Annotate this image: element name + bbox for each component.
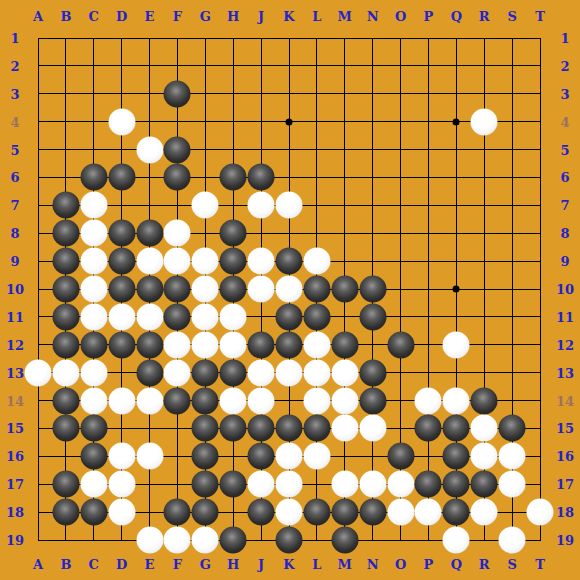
intersection-H6[interactable] (219, 164, 247, 192)
intersection-C6[interactable] (80, 164, 108, 192)
intersection-O12[interactable] (387, 331, 415, 359)
intersection-F19[interactable] (164, 526, 192, 554)
intersection-M5[interactable] (331, 136, 359, 164)
intersection-L7[interactable] (303, 191, 331, 219)
intersection-E11[interactable] (136, 303, 164, 331)
intersection-L17[interactable] (303, 470, 331, 498)
intersection-H17[interactable] (219, 470, 247, 498)
intersection-E9[interactable] (136, 247, 164, 275)
intersection-L13[interactable] (303, 359, 331, 387)
intersection-J6[interactable] (247, 164, 275, 192)
intersection-A6[interactable] (24, 164, 52, 192)
intersection-Q10[interactable] (442, 275, 470, 303)
intersection-T6[interactable] (526, 164, 554, 192)
intersection-E16[interactable] (136, 442, 164, 470)
intersection-S19[interactable] (498, 526, 526, 554)
intersection-M12[interactable] (331, 331, 359, 359)
intersection-G3[interactable] (191, 80, 219, 108)
intersection-K3[interactable] (275, 80, 303, 108)
intersection-N13[interactable] (359, 359, 387, 387)
intersection-O17[interactable] (387, 470, 415, 498)
intersection-L3[interactable] (303, 80, 331, 108)
intersection-L18[interactable] (303, 498, 331, 526)
intersection-G5[interactable] (191, 136, 219, 164)
intersection-S18[interactable] (498, 498, 526, 526)
intersection-T2[interactable] (526, 52, 554, 80)
intersection-C7[interactable] (80, 191, 108, 219)
intersection-G2[interactable] (191, 52, 219, 80)
intersection-T14[interactable] (526, 387, 554, 415)
intersection-A16[interactable] (24, 442, 52, 470)
intersection-M2[interactable] (331, 52, 359, 80)
intersection-J9[interactable] (247, 247, 275, 275)
intersection-N14[interactable] (359, 387, 387, 415)
intersection-G19[interactable] (191, 526, 219, 554)
intersection-H15[interactable] (219, 415, 247, 443)
intersection-C3[interactable] (80, 80, 108, 108)
intersection-F11[interactable] (164, 303, 192, 331)
intersection-C18[interactable] (80, 498, 108, 526)
intersection-G15[interactable] (191, 415, 219, 443)
intersection-B12[interactable] (52, 331, 80, 359)
intersection-T16[interactable] (526, 442, 554, 470)
intersection-E7[interactable] (136, 191, 164, 219)
intersection-A18[interactable] (24, 498, 52, 526)
intersection-R18[interactable] (470, 498, 498, 526)
intersection-O14[interactable] (387, 387, 415, 415)
intersection-B15[interactable] (52, 415, 80, 443)
intersection-N17[interactable] (359, 470, 387, 498)
intersection-P8[interactable] (415, 219, 443, 247)
intersection-G10[interactable] (191, 275, 219, 303)
intersection-P17[interactable] (415, 470, 443, 498)
intersection-G13[interactable] (191, 359, 219, 387)
intersection-D18[interactable] (108, 498, 136, 526)
intersection-R6[interactable] (470, 164, 498, 192)
intersection-N16[interactable] (359, 442, 387, 470)
intersection-N10[interactable] (359, 275, 387, 303)
intersection-B8[interactable] (52, 219, 80, 247)
intersection-L10[interactable] (303, 275, 331, 303)
intersection-J12[interactable] (247, 331, 275, 359)
intersection-Q14[interactable] (442, 387, 470, 415)
intersection-M8[interactable] (331, 219, 359, 247)
intersection-S14[interactable] (498, 387, 526, 415)
intersection-M7[interactable] (331, 191, 359, 219)
intersection-A5[interactable] (24, 136, 52, 164)
intersection-Q9[interactable] (442, 247, 470, 275)
intersection-P11[interactable] (415, 303, 443, 331)
intersection-R17[interactable] (470, 470, 498, 498)
intersection-K4[interactable] (275, 108, 303, 136)
intersection-Q5[interactable] (442, 136, 470, 164)
intersection-F15[interactable] (164, 415, 192, 443)
intersection-D16[interactable] (108, 442, 136, 470)
intersection-H4[interactable] (219, 108, 247, 136)
intersection-R8[interactable] (470, 219, 498, 247)
intersection-L19[interactable] (303, 526, 331, 554)
intersection-G8[interactable] (191, 219, 219, 247)
intersection-Q12[interactable] (442, 331, 470, 359)
intersection-A9[interactable] (24, 247, 52, 275)
intersection-B4[interactable] (52, 108, 80, 136)
intersection-K6[interactable] (275, 164, 303, 192)
intersection-M18[interactable] (331, 498, 359, 526)
intersection-M6[interactable] (331, 164, 359, 192)
intersection-A11[interactable] (24, 303, 52, 331)
intersection-T13[interactable] (526, 359, 554, 387)
intersection-Q3[interactable] (442, 80, 470, 108)
intersection-P14[interactable] (415, 387, 443, 415)
intersection-L8[interactable] (303, 219, 331, 247)
intersection-E15[interactable] (136, 415, 164, 443)
intersection-J1[interactable] (247, 24, 275, 52)
intersection-M1[interactable] (331, 24, 359, 52)
intersection-P3[interactable] (415, 80, 443, 108)
intersection-P19[interactable] (415, 526, 443, 554)
intersection-E8[interactable] (136, 219, 164, 247)
intersection-J16[interactable] (247, 442, 275, 470)
intersection-A17[interactable] (24, 470, 52, 498)
intersection-D5[interactable] (108, 136, 136, 164)
intersection-C16[interactable] (80, 442, 108, 470)
intersection-J14[interactable] (247, 387, 275, 415)
intersection-F10[interactable] (164, 275, 192, 303)
intersection-Q4[interactable] (442, 108, 470, 136)
intersection-S10[interactable] (498, 275, 526, 303)
intersection-K1[interactable] (275, 24, 303, 52)
intersection-F3[interactable] (164, 80, 192, 108)
intersection-Q17[interactable] (442, 470, 470, 498)
intersection-E19[interactable] (136, 526, 164, 554)
intersection-B16[interactable] (52, 442, 80, 470)
intersection-R12[interactable] (470, 331, 498, 359)
intersection-J15[interactable] (247, 415, 275, 443)
intersection-P12[interactable] (415, 331, 443, 359)
intersection-T5[interactable] (526, 136, 554, 164)
intersection-H16[interactable] (219, 442, 247, 470)
intersection-E10[interactable] (136, 275, 164, 303)
intersection-L16[interactable] (303, 442, 331, 470)
intersection-H11[interactable] (219, 303, 247, 331)
intersection-P10[interactable] (415, 275, 443, 303)
intersection-D15[interactable] (108, 415, 136, 443)
intersection-G11[interactable] (191, 303, 219, 331)
intersection-R14[interactable] (470, 387, 498, 415)
intersection-C11[interactable] (80, 303, 108, 331)
intersection-K8[interactable] (275, 219, 303, 247)
intersection-S5[interactable] (498, 136, 526, 164)
intersection-N12[interactable] (359, 331, 387, 359)
intersection-C19[interactable] (80, 526, 108, 554)
intersection-A4[interactable] (24, 108, 52, 136)
intersection-F8[interactable] (164, 219, 192, 247)
intersection-J5[interactable] (247, 136, 275, 164)
intersection-C2[interactable] (80, 52, 108, 80)
intersection-O18[interactable] (387, 498, 415, 526)
intersection-O2[interactable] (387, 52, 415, 80)
intersection-R15[interactable] (470, 415, 498, 443)
intersection-R7[interactable] (470, 191, 498, 219)
intersection-S12[interactable] (498, 331, 526, 359)
intersection-N7[interactable] (359, 191, 387, 219)
intersection-R11[interactable] (470, 303, 498, 331)
intersection-N2[interactable] (359, 52, 387, 80)
intersection-P7[interactable] (415, 191, 443, 219)
intersection-O10[interactable] (387, 275, 415, 303)
intersection-D6[interactable] (108, 164, 136, 192)
intersection-B7[interactable] (52, 191, 80, 219)
intersection-B13[interactable] (52, 359, 80, 387)
intersection-K17[interactable] (275, 470, 303, 498)
intersection-D1[interactable] (108, 24, 136, 52)
intersection-Q18[interactable] (442, 498, 470, 526)
intersection-H7[interactable] (219, 191, 247, 219)
intersection-N4[interactable] (359, 108, 387, 136)
intersection-K15[interactable] (275, 415, 303, 443)
intersection-S1[interactable] (498, 24, 526, 52)
intersection-T19[interactable] (526, 526, 554, 554)
intersection-J11[interactable] (247, 303, 275, 331)
intersection-L12[interactable] (303, 331, 331, 359)
intersection-N15[interactable] (359, 415, 387, 443)
intersection-R19[interactable] (470, 526, 498, 554)
intersection-K14[interactable] (275, 387, 303, 415)
intersection-B14[interactable] (52, 387, 80, 415)
intersection-S11[interactable] (498, 303, 526, 331)
intersection-H9[interactable] (219, 247, 247, 275)
intersection-L5[interactable] (303, 136, 331, 164)
intersection-O11[interactable] (387, 303, 415, 331)
intersection-R3[interactable] (470, 80, 498, 108)
intersection-H10[interactable] (219, 275, 247, 303)
intersection-G18[interactable] (191, 498, 219, 526)
intersection-P4[interactable] (415, 108, 443, 136)
intersection-H3[interactable] (219, 80, 247, 108)
intersection-J10[interactable] (247, 275, 275, 303)
intersection-S4[interactable] (498, 108, 526, 136)
intersection-R16[interactable] (470, 442, 498, 470)
intersection-R13[interactable] (470, 359, 498, 387)
intersection-H2[interactable] (219, 52, 247, 80)
intersection-D17[interactable] (108, 470, 136, 498)
intersection-Q1[interactable] (442, 24, 470, 52)
intersection-T17[interactable] (526, 470, 554, 498)
intersection-P13[interactable] (415, 359, 443, 387)
intersection-E3[interactable] (136, 80, 164, 108)
intersection-D14[interactable] (108, 387, 136, 415)
intersection-D19[interactable] (108, 526, 136, 554)
intersection-P5[interactable] (415, 136, 443, 164)
intersection-O15[interactable] (387, 415, 415, 443)
intersection-A8[interactable] (24, 219, 52, 247)
intersection-E1[interactable] (136, 24, 164, 52)
intersection-T1[interactable] (526, 24, 554, 52)
intersection-D11[interactable] (108, 303, 136, 331)
intersection-S7[interactable] (498, 191, 526, 219)
intersection-G9[interactable] (191, 247, 219, 275)
intersection-F2[interactable] (164, 52, 192, 80)
intersection-S6[interactable] (498, 164, 526, 192)
intersection-Q16[interactable] (442, 442, 470, 470)
intersection-S9[interactable] (498, 247, 526, 275)
intersection-C15[interactable] (80, 415, 108, 443)
intersection-N19[interactable] (359, 526, 387, 554)
intersection-G16[interactable] (191, 442, 219, 470)
intersection-P15[interactable] (415, 415, 443, 443)
intersection-C14[interactable] (80, 387, 108, 415)
intersection-O8[interactable] (387, 219, 415, 247)
intersection-O4[interactable] (387, 108, 415, 136)
intersection-O19[interactable] (387, 526, 415, 554)
intersection-E6[interactable] (136, 164, 164, 192)
intersection-G1[interactable] (191, 24, 219, 52)
intersection-T18[interactable] (526, 498, 554, 526)
intersection-G7[interactable] (191, 191, 219, 219)
intersection-B3[interactable] (52, 80, 80, 108)
intersection-K16[interactable] (275, 442, 303, 470)
intersection-P2[interactable] (415, 52, 443, 80)
intersection-K9[interactable] (275, 247, 303, 275)
intersection-R5[interactable] (470, 136, 498, 164)
intersection-C10[interactable] (80, 275, 108, 303)
intersection-C5[interactable] (80, 136, 108, 164)
intersection-D3[interactable] (108, 80, 136, 108)
intersection-E14[interactable] (136, 387, 164, 415)
intersection-H5[interactable] (219, 136, 247, 164)
intersection-N3[interactable] (359, 80, 387, 108)
intersection-L9[interactable] (303, 247, 331, 275)
intersection-C17[interactable] (80, 470, 108, 498)
intersection-B18[interactable] (52, 498, 80, 526)
intersection-L11[interactable] (303, 303, 331, 331)
intersection-K13[interactable] (275, 359, 303, 387)
intersection-C4[interactable] (80, 108, 108, 136)
intersection-O3[interactable] (387, 80, 415, 108)
intersection-P6[interactable] (415, 164, 443, 192)
intersection-D7[interactable] (108, 191, 136, 219)
intersection-F1[interactable] (164, 24, 192, 52)
intersection-F12[interactable] (164, 331, 192, 359)
intersection-F18[interactable] (164, 498, 192, 526)
intersection-C1[interactable] (80, 24, 108, 52)
intersection-D8[interactable] (108, 219, 136, 247)
intersection-S16[interactable] (498, 442, 526, 470)
intersection-S17[interactable] (498, 470, 526, 498)
intersection-K11[interactable] (275, 303, 303, 331)
intersection-D12[interactable] (108, 331, 136, 359)
intersection-P1[interactable] (415, 24, 443, 52)
intersection-T8[interactable] (526, 219, 554, 247)
intersection-N11[interactable] (359, 303, 387, 331)
intersection-O13[interactable] (387, 359, 415, 387)
intersection-J4[interactable] (247, 108, 275, 136)
intersection-F5[interactable] (164, 136, 192, 164)
intersection-E4[interactable] (136, 108, 164, 136)
intersection-F7[interactable] (164, 191, 192, 219)
intersection-D4[interactable] (108, 108, 136, 136)
intersection-O1[interactable] (387, 24, 415, 52)
intersection-Q13[interactable] (442, 359, 470, 387)
intersection-A10[interactable] (24, 275, 52, 303)
intersection-K2[interactable] (275, 52, 303, 80)
intersection-H19[interactable] (219, 526, 247, 554)
intersection-H18[interactable] (219, 498, 247, 526)
intersection-L6[interactable] (303, 164, 331, 192)
intersection-T4[interactable] (526, 108, 554, 136)
intersection-S13[interactable] (498, 359, 526, 387)
intersection-M17[interactable] (331, 470, 359, 498)
intersection-A12[interactable] (24, 331, 52, 359)
intersection-B2[interactable] (52, 52, 80, 80)
intersection-T3[interactable] (526, 80, 554, 108)
intersection-F17[interactable] (164, 470, 192, 498)
intersection-K18[interactable] (275, 498, 303, 526)
intersection-T12[interactable] (526, 331, 554, 359)
intersection-Q2[interactable] (442, 52, 470, 80)
intersection-E13[interactable] (136, 359, 164, 387)
intersection-G17[interactable] (191, 470, 219, 498)
intersection-A1[interactable] (24, 24, 52, 52)
intersection-M13[interactable] (331, 359, 359, 387)
intersection-G4[interactable] (191, 108, 219, 136)
intersection-M19[interactable] (331, 526, 359, 554)
intersection-C13[interactable] (80, 359, 108, 387)
intersection-T11[interactable] (526, 303, 554, 331)
intersection-D13[interactable] (108, 359, 136, 387)
intersection-F9[interactable] (164, 247, 192, 275)
intersection-S15[interactable] (498, 415, 526, 443)
intersection-B10[interactable] (52, 275, 80, 303)
intersection-P9[interactable] (415, 247, 443, 275)
intersection-H14[interactable] (219, 387, 247, 415)
intersection-J17[interactable] (247, 470, 275, 498)
intersection-J13[interactable] (247, 359, 275, 387)
intersection-R9[interactable] (470, 247, 498, 275)
intersection-L4[interactable] (303, 108, 331, 136)
intersection-D9[interactable] (108, 247, 136, 275)
intersection-G12[interactable] (191, 331, 219, 359)
intersection-A2[interactable] (24, 52, 52, 80)
intersection-F6[interactable] (164, 164, 192, 192)
intersection-E17[interactable] (136, 470, 164, 498)
intersection-M3[interactable] (331, 80, 359, 108)
intersection-E2[interactable] (136, 52, 164, 80)
intersection-F16[interactable] (164, 442, 192, 470)
intersection-F4[interactable] (164, 108, 192, 136)
intersection-A13[interactable] (24, 359, 52, 387)
intersection-J19[interactable] (247, 526, 275, 554)
intersection-Q6[interactable] (442, 164, 470, 192)
intersection-C12[interactable] (80, 331, 108, 359)
intersection-T10[interactable] (526, 275, 554, 303)
intersection-B6[interactable] (52, 164, 80, 192)
intersection-L1[interactable] (303, 24, 331, 52)
intersection-J2[interactable] (247, 52, 275, 80)
intersection-E18[interactable] (136, 498, 164, 526)
intersection-K5[interactable] (275, 136, 303, 164)
intersection-M15[interactable] (331, 415, 359, 443)
intersection-O5[interactable] (387, 136, 415, 164)
intersection-B17[interactable] (52, 470, 80, 498)
intersection-S3[interactable] (498, 80, 526, 108)
intersection-B1[interactable] (52, 24, 80, 52)
intersection-O9[interactable] (387, 247, 415, 275)
intersection-O16[interactable] (387, 442, 415, 470)
intersection-H13[interactable] (219, 359, 247, 387)
intersection-M11[interactable] (331, 303, 359, 331)
intersection-D2[interactable] (108, 52, 136, 80)
